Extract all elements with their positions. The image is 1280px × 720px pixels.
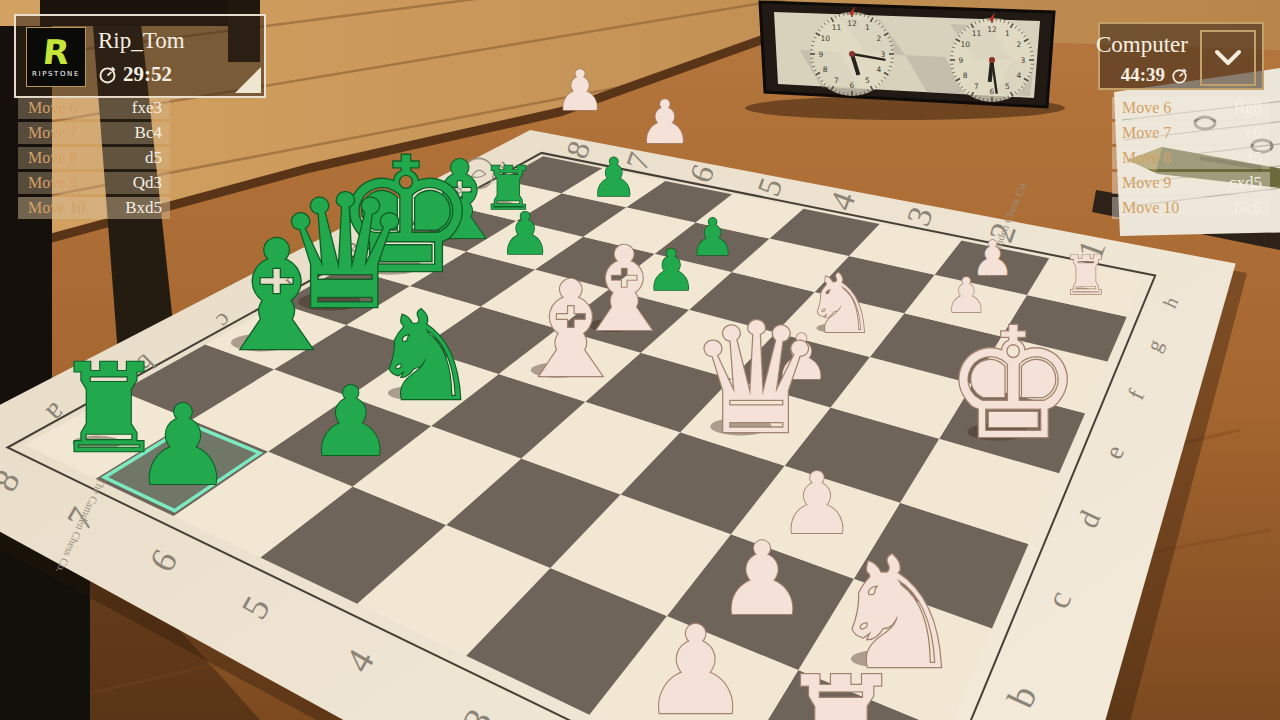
ripstone-logo-letter: R xyxy=(41,37,70,67)
piece-white-queen-d3[interactable]: ♛ xyxy=(688,290,825,468)
clock-numeral: 5 xyxy=(1005,82,1010,91)
player-clock-left: 29:52 xyxy=(98,62,172,87)
clock-numeral: 6 xyxy=(850,81,855,90)
move-san: Rg8 xyxy=(1234,98,1262,118)
clock-numeral: 5 xyxy=(865,76,870,85)
piece-white-king-e1[interactable]: ♚ xyxy=(945,295,1082,473)
clock-hub xyxy=(849,51,855,57)
clock-time-left: 29:52 xyxy=(123,62,172,87)
clock-numeral: 10 xyxy=(820,34,830,43)
move-list-right: Move 6Rg8Move 7c6Move 8f5Move 9cxd5Move … xyxy=(1112,97,1270,222)
move-list-left: Move 6fxe3Move 7Bc4Move 8d5Move 9Qd3Move… xyxy=(18,97,170,222)
move-number: Move 7 xyxy=(28,124,77,142)
move-san: c6 xyxy=(1246,123,1262,143)
expand-move-list-button[interactable] xyxy=(1200,30,1256,86)
move-san: fxe3 xyxy=(132,98,162,118)
clock-numeral: 9 xyxy=(819,50,824,59)
move-number: Move 7 xyxy=(1122,124,1171,142)
move-row: Move 7c6 xyxy=(1112,122,1270,144)
move-san: Bxd5 xyxy=(125,198,162,218)
clock-numeral: 12 xyxy=(987,25,997,34)
move-row: Move 10Nc6 xyxy=(1112,197,1270,219)
clock-numeral: 11 xyxy=(832,23,842,32)
clock-numeral: 9 xyxy=(959,56,964,65)
clock-numeral: 3 xyxy=(881,50,886,59)
clock-numeral: 12 xyxy=(847,19,857,28)
piece-black-pawn-a7[interactable]: ♟ xyxy=(133,381,233,510)
clock-numeral: 8 xyxy=(963,71,968,80)
clock-time-right: 44:39 xyxy=(1121,64,1165,86)
move-row: Move 10Bxd5 xyxy=(18,197,170,219)
player-card-left: R RIPSTONE Rip_Tom 29:52 xyxy=(14,14,266,98)
clock-numeral: 10 xyxy=(960,40,970,49)
move-number: Move 6 xyxy=(1122,99,1171,117)
move-san: Nc6 xyxy=(1234,198,1262,218)
player-clock-right: 44:39 xyxy=(1121,64,1188,86)
clock-numeral: 8 xyxy=(823,65,828,74)
move-number: Move 8 xyxy=(1122,149,1171,167)
card-corner-accent xyxy=(235,67,261,93)
move-row: Move 6Rg8 xyxy=(1112,97,1270,119)
piece-black-pawn-g5[interactable]: ♟ xyxy=(690,208,736,267)
move-number: Move 6 xyxy=(28,99,77,117)
player-name-left: Rip_Tom xyxy=(98,28,185,54)
move-number: Move 9 xyxy=(1122,174,1171,192)
move-san: cxd5 xyxy=(1229,173,1262,193)
clock-numeral: 4 xyxy=(1016,71,1021,80)
move-row: Move 7Bc4 xyxy=(18,122,170,144)
clock-numeral: 4 xyxy=(876,65,881,74)
piece-white-pawn-off-board-1[interactable]: ♟ xyxy=(555,58,605,123)
clock-numeral: 1 xyxy=(865,23,870,32)
clock-numeral: 2 xyxy=(1016,40,1021,49)
clock-numeral: 6 xyxy=(990,87,995,96)
move-row: Move 8d5 xyxy=(18,147,170,169)
player-name-right: Computer xyxy=(1096,32,1188,58)
piece-white-pawn-off-board-2[interactable]: ♟ xyxy=(638,87,692,157)
move-san: d5 xyxy=(145,148,162,168)
clock-numeral: 2 xyxy=(876,34,881,43)
move-row: Move 9cxd5 xyxy=(1112,172,1270,194)
piece-white-rook-a1[interactable]: ♜ xyxy=(777,646,904,720)
clock-numeral: 3 xyxy=(1021,56,1026,65)
clock-numeral: 7 xyxy=(834,76,839,85)
scene-canvas: 123456789101112 123456789101112 aabbccdd… xyxy=(0,0,1280,720)
move-san: Bc4 xyxy=(135,123,162,143)
clock-numeral: 1 xyxy=(1005,29,1010,38)
move-number: Move 10 xyxy=(1122,199,1179,217)
piece-black-pawn-b6[interactable]: ♟ xyxy=(308,366,394,478)
move-row: Move 8f5 xyxy=(1112,147,1270,169)
move-san: f5 xyxy=(1248,148,1262,168)
move-san: Qd3 xyxy=(133,173,162,193)
move-number: Move 8 xyxy=(28,149,77,167)
clock-hub xyxy=(989,57,995,63)
player-card-right: Computer 44:39 xyxy=(1098,22,1264,90)
piece-black-bishop-c8[interactable]: ♝ xyxy=(208,208,344,385)
move-number: Move 10 xyxy=(28,199,85,217)
clock-numeral: 11 xyxy=(972,29,982,38)
ripstone-logo: R RIPSTONE xyxy=(26,27,86,87)
piece-black-pawn-h7[interactable]: ♟ xyxy=(590,147,638,208)
move-number: Move 9 xyxy=(28,174,77,192)
chevron-down-icon xyxy=(1213,49,1243,67)
chess-clock: 123456789101112 123456789101112 xyxy=(745,2,1065,120)
move-row: Move 6fxe3 xyxy=(18,97,170,119)
game-screen: { "game": "chess", "players": { "left": … xyxy=(0,0,1280,720)
piece-white-pawn-a2[interactable]: ♟ xyxy=(641,600,750,720)
stopwatch-icon xyxy=(1171,67,1188,84)
clock-numeral: 7 xyxy=(974,82,979,91)
move-row: Move 9Qd3 xyxy=(18,172,170,194)
stopwatch-icon xyxy=(98,65,117,84)
piece-white-bishop-d5[interactable]: ♝ xyxy=(511,253,630,407)
